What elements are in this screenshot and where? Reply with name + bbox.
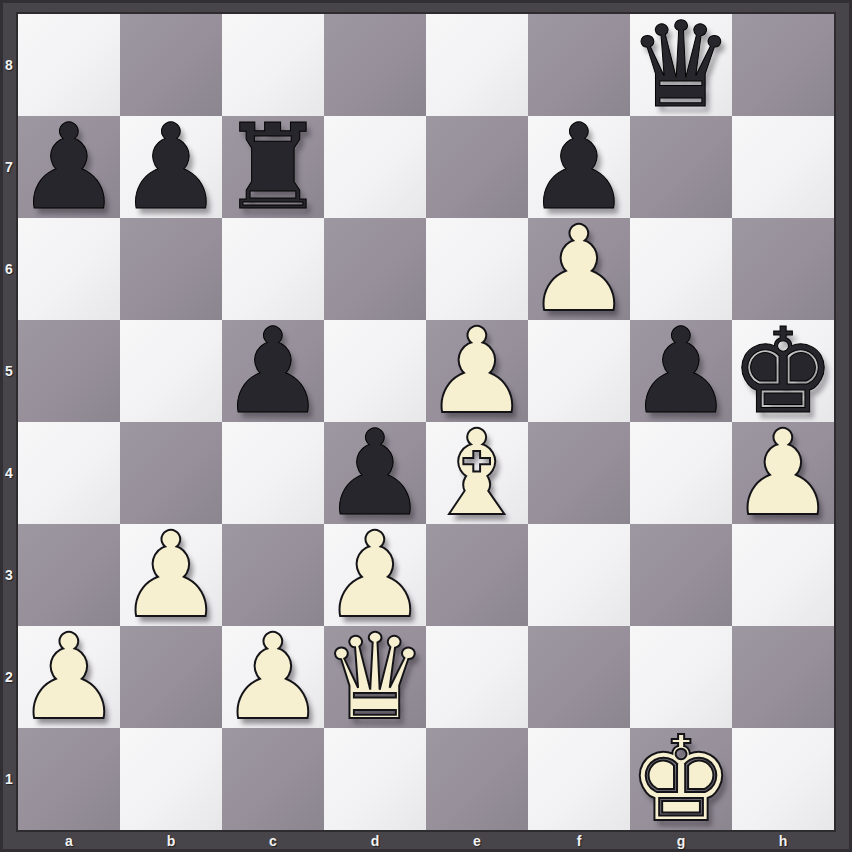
square-h7[interactable] [732, 116, 834, 218]
piece-white-pawn[interactable]: ♟ [526, 210, 632, 328]
piece-black-pawn[interactable]: ♟ [628, 312, 734, 430]
square-e8[interactable] [426, 14, 528, 116]
piece-black-rook[interactable]: ♜ [220, 108, 326, 226]
square-d7[interactable] [324, 116, 426, 218]
square-a6[interactable] [18, 218, 120, 320]
piece-black-pawn[interactable]: ♟ [118, 108, 224, 226]
square-a1[interactable] [18, 728, 120, 830]
square-b3[interactable]: ♟ [120, 524, 222, 626]
rank-label-1: 1 [5, 771, 13, 787]
square-h2[interactable] [732, 626, 834, 728]
square-f2[interactable] [528, 626, 630, 728]
piece-black-pawn[interactable]: ♟ [220, 312, 326, 430]
rank-label-4: 4 [5, 465, 13, 481]
square-d8[interactable] [324, 14, 426, 116]
square-f5[interactable] [528, 320, 630, 422]
square-e4[interactable]: ♝ [426, 422, 528, 524]
file-label-f: f [577, 833, 582, 849]
file-label-a: a [65, 833, 73, 849]
file-label-e: e [473, 833, 481, 849]
square-b1[interactable] [120, 728, 222, 830]
piece-white-queen[interactable]: ♛ [322, 618, 428, 736]
square-f6[interactable]: ♟ [528, 218, 630, 320]
square-b6[interactable] [120, 218, 222, 320]
board-frame: 87654321 ♛♟♟♜♟♟♟♟♟♚♟♝♟♟♟♟♟♛♚ abcdefgh [0, 0, 852, 852]
piece-white-king[interactable]: ♚ [628, 720, 734, 838]
rank-label-2: 2 [5, 669, 13, 685]
square-f3[interactable] [528, 524, 630, 626]
square-h8[interactable] [732, 14, 834, 116]
piece-white-pawn[interactable]: ♟ [220, 618, 326, 736]
chessboard: ♛♟♟♜♟♟♟♟♟♚♟♝♟♟♟♟♟♛♚ [18, 14, 834, 830]
square-d2[interactable]: ♛ [324, 626, 426, 728]
square-e3[interactable] [426, 524, 528, 626]
rank-label-3: 3 [5, 567, 13, 583]
square-g5[interactable]: ♟ [630, 320, 732, 422]
square-c5[interactable]: ♟ [222, 320, 324, 422]
square-b5[interactable] [120, 320, 222, 422]
file-label-d: d [371, 833, 380, 849]
square-c1[interactable] [222, 728, 324, 830]
piece-white-pawn[interactable]: ♟ [118, 516, 224, 634]
square-h1[interactable] [732, 728, 834, 830]
file-label-h: h [779, 833, 788, 849]
square-g3[interactable] [630, 524, 732, 626]
square-a5[interactable] [18, 320, 120, 422]
piece-white-pawn[interactable]: ♟ [730, 414, 836, 532]
square-g8[interactable]: ♛ [630, 14, 732, 116]
square-b2[interactable] [120, 626, 222, 728]
square-d1[interactable] [324, 728, 426, 830]
square-f4[interactable] [528, 422, 630, 524]
piece-black-queen[interactable]: ♛ [628, 6, 734, 124]
file-label-c: c [269, 833, 277, 849]
rank-label-5: 5 [5, 363, 13, 379]
square-e7[interactable] [426, 116, 528, 218]
square-h4[interactable]: ♟ [732, 422, 834, 524]
piece-white-bishop[interactable]: ♝ [424, 414, 530, 532]
square-a7[interactable]: ♟ [18, 116, 120, 218]
file-label-b: b [167, 833, 176, 849]
square-a4[interactable] [18, 422, 120, 524]
square-h3[interactable] [732, 524, 834, 626]
square-e2[interactable] [426, 626, 528, 728]
square-c4[interactable] [222, 422, 324, 524]
square-g4[interactable] [630, 422, 732, 524]
square-e1[interactable] [426, 728, 528, 830]
file-label-g: g [677, 833, 686, 849]
square-f1[interactable] [528, 728, 630, 830]
square-c7[interactable]: ♜ [222, 116, 324, 218]
square-b7[interactable]: ♟ [120, 116, 222, 218]
square-c2[interactable]: ♟ [222, 626, 324, 728]
rank-label-7: 7 [5, 159, 13, 175]
square-g7[interactable] [630, 116, 732, 218]
rank-label-8: 8 [5, 57, 13, 73]
file-coordinates: abcdefgh [18, 830, 834, 852]
rank-label-6: 6 [5, 261, 13, 277]
piece-black-pawn[interactable]: ♟ [16, 108, 122, 226]
piece-white-pawn[interactable]: ♟ [16, 618, 122, 736]
square-d6[interactable] [324, 218, 426, 320]
square-a2[interactable]: ♟ [18, 626, 120, 728]
square-g1[interactable]: ♚ [630, 728, 732, 830]
